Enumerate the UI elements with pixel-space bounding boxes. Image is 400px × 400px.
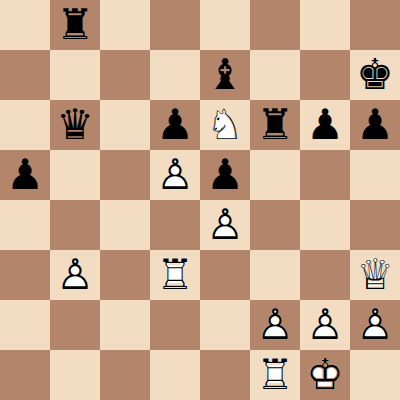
piece-white-rook[interactable]: ♜♖	[150, 250, 200, 300]
square-e7[interactable]: ♝	[200, 50, 250, 100]
square-b4[interactable]	[50, 200, 100, 250]
square-f8[interactable]	[250, 0, 300, 50]
square-g1[interactable]: ♚♔	[300, 350, 350, 400]
square-c5[interactable]	[100, 150, 150, 200]
piece-black-queen[interactable]: ♛	[50, 100, 100, 150]
piece-white-pawn[interactable]: ♟♙	[150, 150, 200, 200]
square-f2[interactable]: ♟♙	[250, 300, 300, 350]
square-b1[interactable]	[50, 350, 100, 400]
square-f4[interactable]	[250, 200, 300, 250]
square-a6[interactable]	[0, 100, 50, 150]
square-g3[interactable]	[300, 250, 350, 300]
square-c3[interactable]	[100, 250, 150, 300]
piece-solid-layer: ♜	[250, 100, 300, 150]
square-h6[interactable]: ♟	[350, 100, 400, 150]
piece-black-rook[interactable]: ♜	[250, 100, 300, 150]
square-g4[interactable]	[300, 200, 350, 250]
square-d6[interactable]: ♟	[150, 100, 200, 150]
piece-solid-layer: ♛	[50, 100, 100, 150]
piece-outline-layer: ♙	[50, 250, 100, 300]
square-c2[interactable]	[100, 300, 150, 350]
square-a3[interactable]	[0, 250, 50, 300]
piece-white-rook[interactable]: ♜♖	[250, 350, 300, 400]
chess-board: ♜♝♚♛♟♞♘♜♟♟♟♟♙♟♟♙♟♙♜♖♛♕♟♙♟♙♟♙♜♖♚♔	[0, 0, 400, 400]
square-f6[interactable]: ♜	[250, 100, 300, 150]
piece-white-pawn[interactable]: ♟♙	[200, 200, 250, 250]
square-e3[interactable]	[200, 250, 250, 300]
square-e4[interactable]: ♟♙	[200, 200, 250, 250]
square-d7[interactable]	[150, 50, 200, 100]
square-b5[interactable]	[50, 150, 100, 200]
square-h5[interactable]	[350, 150, 400, 200]
square-h3[interactable]: ♛♕	[350, 250, 400, 300]
piece-outline-layer: ♖	[150, 250, 200, 300]
piece-solid-layer: ♚	[350, 50, 400, 100]
piece-solid-layer: ♟	[300, 100, 350, 150]
square-e5[interactable]: ♟	[200, 150, 250, 200]
piece-outline-layer: ♘	[200, 100, 250, 150]
piece-black-pawn[interactable]: ♟	[300, 100, 350, 150]
square-a1[interactable]	[0, 350, 50, 400]
piece-white-king[interactable]: ♚♔	[300, 350, 350, 400]
piece-solid-layer: ♟	[0, 150, 50, 200]
square-f7[interactable]	[250, 50, 300, 100]
square-e1[interactable]	[200, 350, 250, 400]
piece-outline-layer: ♖	[250, 350, 300, 400]
square-h4[interactable]	[350, 200, 400, 250]
piece-outline-layer: ♙	[200, 200, 250, 250]
square-d1[interactable]	[150, 350, 200, 400]
square-h1[interactable]	[350, 350, 400, 400]
piece-black-pawn[interactable]: ♟	[200, 150, 250, 200]
piece-white-queen[interactable]: ♛♕	[350, 250, 400, 300]
square-h7[interactable]: ♚	[350, 50, 400, 100]
piece-solid-layer: ♟	[350, 100, 400, 150]
piece-black-king[interactable]: ♚	[350, 50, 400, 100]
square-b8[interactable]: ♜	[50, 0, 100, 50]
piece-outline-layer: ♙	[350, 300, 400, 350]
square-e2[interactable]	[200, 300, 250, 350]
square-c8[interactable]	[100, 0, 150, 50]
square-d8[interactable]	[150, 0, 200, 50]
piece-solid-layer: ♟	[200, 150, 250, 200]
piece-outline-layer: ♙	[150, 150, 200, 200]
square-g8[interactable]	[300, 0, 350, 50]
piece-outline-layer: ♙	[300, 300, 350, 350]
square-g7[interactable]	[300, 50, 350, 100]
square-c6[interactable]	[100, 100, 150, 150]
square-g5[interactable]	[300, 150, 350, 200]
square-d5[interactable]: ♟♙	[150, 150, 200, 200]
piece-outline-layer: ♙	[250, 300, 300, 350]
square-f3[interactable]	[250, 250, 300, 300]
piece-white-knight[interactable]: ♞♘	[200, 100, 250, 150]
piece-black-bishop[interactable]: ♝	[200, 50, 250, 100]
square-a5[interactable]: ♟	[0, 150, 50, 200]
square-a7[interactable]	[0, 50, 50, 100]
piece-white-pawn[interactable]: ♟♙	[50, 250, 100, 300]
square-e8[interactable]	[200, 0, 250, 50]
piece-black-pawn[interactable]: ♟	[150, 100, 200, 150]
square-b6[interactable]: ♛	[50, 100, 100, 150]
piece-black-pawn[interactable]: ♟	[0, 150, 50, 200]
piece-white-pawn[interactable]: ♟♙	[250, 300, 300, 350]
square-g2[interactable]: ♟♙	[300, 300, 350, 350]
square-a8[interactable]	[0, 0, 50, 50]
piece-white-pawn[interactable]: ♟♙	[350, 300, 400, 350]
square-c1[interactable]	[100, 350, 150, 400]
square-d4[interactable]	[150, 200, 200, 250]
square-h2[interactable]: ♟♙	[350, 300, 400, 350]
square-a2[interactable]	[0, 300, 50, 350]
piece-outline-layer: ♕	[350, 250, 400, 300]
square-h8[interactable]	[350, 0, 400, 50]
square-f5[interactable]	[250, 150, 300, 200]
square-c4[interactable]	[100, 200, 150, 250]
square-d3[interactable]: ♜♖	[150, 250, 200, 300]
piece-outline-layer: ♔	[300, 350, 350, 400]
square-f1[interactable]: ♜♖	[250, 350, 300, 400]
square-b7[interactable]	[50, 50, 100, 100]
square-a4[interactable]	[0, 200, 50, 250]
piece-solid-layer: ♜	[50, 0, 100, 50]
piece-solid-layer: ♟	[150, 100, 200, 150]
square-d2[interactable]	[150, 300, 200, 350]
square-g6[interactable]: ♟	[300, 100, 350, 150]
square-e6[interactable]: ♞♘	[200, 100, 250, 150]
piece-solid-layer: ♝	[200, 50, 250, 100]
square-c7[interactable]	[100, 50, 150, 100]
piece-black-rook[interactable]: ♜	[50, 0, 100, 50]
piece-white-pawn[interactable]: ♟♙	[300, 300, 350, 350]
square-b2[interactable]	[50, 300, 100, 350]
piece-black-pawn[interactable]: ♟	[350, 100, 400, 150]
square-b3[interactable]: ♟♙	[50, 250, 100, 300]
